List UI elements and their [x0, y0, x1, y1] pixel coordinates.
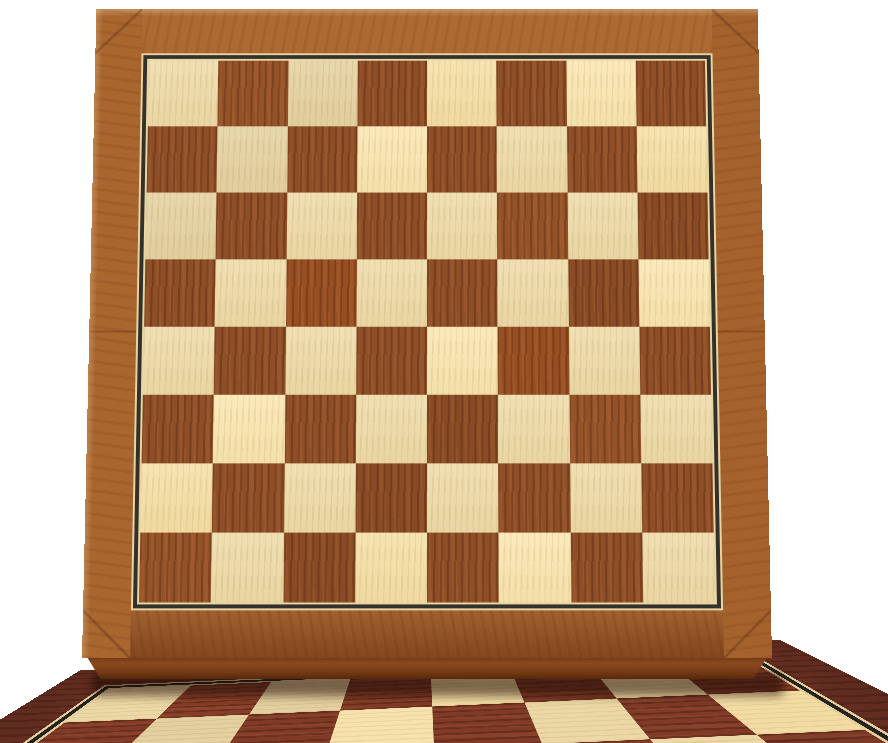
square-e8	[427, 61, 497, 127]
square-c2	[284, 463, 356, 532]
maple-inlay-line	[131, 53, 723, 610]
square-f7	[497, 126, 567, 192]
square-a2	[140, 463, 213, 532]
square-d7	[357, 126, 427, 192]
square-h1	[642, 533, 715, 603]
square-g8	[566, 61, 636, 127]
square-b3	[213, 395, 285, 464]
upright-chessboard-frame	[82, 9, 772, 658]
square-g2	[570, 463, 642, 532]
square-e3	[427, 395, 498, 464]
square-e7	[427, 126, 497, 192]
square-b1	[211, 533, 284, 603]
square-b6	[216, 193, 287, 260]
square-d6	[357, 193, 427, 260]
black-fillet-line	[133, 55, 721, 608]
square-a7	[147, 126, 218, 192]
maple-margin	[137, 59, 717, 605]
square-c8	[287, 61, 357, 127]
square-a3	[142, 395, 214, 464]
frame-left-chamfer-highlight	[82, 9, 104, 658]
square-b4	[214, 327, 286, 395]
square-f8	[496, 61, 566, 127]
square-f2	[498, 463, 570, 532]
square-g6	[567, 193, 638, 260]
square-e2	[427, 463, 499, 532]
square-d7	[327, 706, 435, 743]
square-c6	[286, 193, 357, 260]
square-d4	[356, 327, 427, 395]
square-f1	[499, 533, 571, 603]
square-c4	[285, 327, 356, 395]
square-g7	[567, 126, 638, 192]
square-c7	[287, 126, 357, 192]
frame-miter-top-right	[712, 9, 759, 53]
square-d3	[356, 395, 427, 464]
square-d8	[357, 61, 427, 127]
square-e5	[427, 259, 498, 326]
upright-board-grid	[139, 61, 715, 603]
square-e4	[427, 327, 498, 395]
square-b7	[217, 126, 288, 192]
square-g5	[568, 259, 639, 326]
square-b5	[215, 259, 286, 326]
square-h3	[640, 395, 712, 464]
square-d5	[356, 259, 427, 326]
square-a6	[145, 193, 216, 260]
frame-top-chamfer-highlight	[96, 9, 758, 17]
square-a8	[148, 61, 219, 127]
square-f3	[498, 395, 570, 464]
square-h6	[637, 193, 708, 260]
frame-miter-bottom-right	[723, 610, 772, 658]
square-d1	[355, 533, 427, 603]
square-g1	[570, 533, 643, 603]
upright-chessboard	[82, 9, 772, 658]
square-h7	[636, 126, 707, 192]
square-b8	[218, 61, 288, 127]
frame-miter-bottom-left	[82, 610, 131, 658]
square-f4	[498, 327, 569, 395]
square-h5	[638, 259, 710, 326]
square-a4	[143, 327, 215, 395]
square-b2	[212, 463, 284, 532]
square-g4	[568, 327, 640, 395]
frame-top	[95, 9, 758, 53]
square-a1	[139, 533, 212, 603]
square-a5	[144, 259, 216, 326]
square-g3	[569, 395, 641, 464]
square-e7	[432, 702, 541, 743]
square-d2	[355, 463, 427, 532]
square-c3	[284, 395, 356, 464]
photo-stage	[0, 0, 888, 743]
square-h8	[635, 61, 706, 127]
square-h2	[641, 463, 714, 532]
frame-miter-top-left	[95, 9, 142, 53]
square-e6	[427, 193, 497, 260]
square-c1	[283, 533, 355, 603]
frame-bottom	[82, 610, 772, 658]
square-c5	[286, 259, 357, 326]
square-f5	[497, 259, 568, 326]
square-e1	[427, 533, 499, 603]
square-f6	[497, 193, 568, 260]
square-h4	[639, 327, 711, 395]
